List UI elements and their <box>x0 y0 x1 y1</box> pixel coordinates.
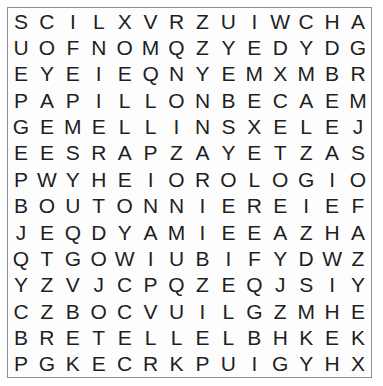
grid-cell-r5c4[interactable]: E <box>86 113 112 139</box>
grid-cell-r8c8[interactable]: I <box>190 193 216 219</box>
grid-cell-r4c10[interactable]: E <box>241 87 267 113</box>
grid-cell-r8c1[interactable]: B <box>8 193 34 219</box>
grid-cell-r3c6[interactable]: Q <box>138 61 164 87</box>
grid-cell-r2c9[interactable]: Y <box>215 34 241 60</box>
grid-cell-r4c11[interactable]: C <box>267 87 293 113</box>
grid-cell-r14c5[interactable]: C <box>112 351 138 377</box>
grid-cell-r10c3[interactable]: G <box>60 245 86 271</box>
grid-cell-r3c13[interactable]: B <box>319 61 345 87</box>
grid-cell-r12c1[interactable]: C <box>8 298 34 324</box>
grid-cell-r3c1[interactable]: E <box>8 61 34 87</box>
grid-cell-r6c4[interactable]: R <box>86 140 112 166</box>
grid-cell-r2c2[interactable]: O <box>34 34 60 60</box>
grid-cell-r1c2[interactable]: C <box>34 8 60 34</box>
grid-cell-r12c7[interactable]: U <box>164 298 190 324</box>
grid-cell-r6c13[interactable]: A <box>319 140 345 166</box>
grid-cell-r11c7[interactable]: Q <box>164 272 190 298</box>
grid-cell-r1c13[interactable]: H <box>319 8 345 34</box>
grid-cell-r4c9[interactable]: B <box>215 87 241 113</box>
grid-cell-r2c10[interactable]: E <box>241 34 267 60</box>
grid-cell-r6c6[interactable]: P <box>138 140 164 166</box>
grid-cell-r9c6[interactable]: A <box>138 219 164 245</box>
grid-cell-r5c13[interactable]: E <box>319 113 345 139</box>
grid-cell-r11c13[interactable]: I <box>319 272 345 298</box>
grid-cell-r11c12[interactable]: S <box>293 272 319 298</box>
grid-cell-r12c10[interactable]: G <box>241 298 267 324</box>
grid-cell-r6c5[interactable]: A <box>112 140 138 166</box>
grid-cell-r11c4[interactable]: J <box>86 272 112 298</box>
grid-cell-r8c13[interactable]: E <box>319 193 345 219</box>
grid-cell-r12c12[interactable]: M <box>293 298 319 324</box>
grid-cell-r7c8[interactable]: R <box>190 166 216 192</box>
word-search-board: SCILXVRZUIWCHAUOFNOMQZYEDYDGEYEIEQNYEMXM… <box>7 7 372 378</box>
grid-cell-r3c8[interactable]: Y <box>190 61 216 87</box>
grid-cell-r8c10[interactable]: R <box>241 193 267 219</box>
grid-cell-r9c5[interactable]: Y <box>112 219 138 245</box>
grid-cell-r13c7[interactable]: L <box>164 324 190 350</box>
grid-cell-r13c13[interactable]: E <box>319 324 345 350</box>
grid-cell-r10c12[interactable]: D <box>293 245 319 271</box>
grid-cell-r3c11[interactable]: X <box>267 61 293 87</box>
word-search-page: SCILXVRZUIWCHAUOFNOMQZYEDYDGEYEIEQNYEMXM… <box>0 0 383 386</box>
grid-cell-r12c13[interactable]: H <box>319 298 345 324</box>
grid-cell-r2c12[interactable]: Y <box>293 34 319 60</box>
grid-cell-r2c4[interactable]: N <box>86 34 112 60</box>
grid-cell-r13c8[interactable]: E <box>190 324 216 350</box>
grid-cell-r10c6[interactable]: I <box>138 245 164 271</box>
grid-cell-r1c7[interactable]: R <box>164 8 190 34</box>
grid-cell-r14c10[interactable]: I <box>241 351 267 377</box>
grid-cell-r3c10[interactable]: M <box>241 61 267 87</box>
grid-cell-r7c3[interactable]: Y <box>60 166 86 192</box>
grid-cell-r13c9[interactable]: L <box>215 324 241 350</box>
grid-cell-r3c2[interactable]: Y <box>34 61 60 87</box>
grid-cell-r11c11[interactable]: J <box>267 272 293 298</box>
grid-cell-r9c9[interactable]: E <box>215 219 241 245</box>
grid-cell-r7c9[interactable]: O <box>215 166 241 192</box>
grid-cell-r14c6[interactable]: R <box>138 351 164 377</box>
grid-cell-r4c7[interactable]: O <box>164 87 190 113</box>
grid-cell-r5c6[interactable]: L <box>138 113 164 139</box>
grid-cell-r12c5[interactable]: C <box>112 298 138 324</box>
grid-cell-r3c9[interactable]: E <box>215 61 241 87</box>
grid-cell-r7c5[interactable]: E <box>112 166 138 192</box>
grid-cell-r10c4[interactable]: O <box>86 245 112 271</box>
grid-cell-r12c8[interactable]: I <box>190 298 216 324</box>
grid-cell-r10c11[interactable]: Y <box>267 245 293 271</box>
grid-cell-r14c13[interactable]: H <box>319 351 345 377</box>
grid-cell-r9c3[interactable]: Q <box>60 219 86 245</box>
grid-cell-r5c14[interactable]: J <box>345 113 371 139</box>
grid-cell-r13c10[interactable]: B <box>241 324 267 350</box>
grid-cell-r1c4[interactable]: L <box>86 8 112 34</box>
grid-cell-r14c7[interactable]: K <box>164 351 190 377</box>
grid-cell-r14c1[interactable]: P <box>8 351 34 377</box>
grid-cell-r11c1[interactable]: Y <box>8 272 34 298</box>
grid-cell-r4c5[interactable]: L <box>112 87 138 113</box>
grid-cell-r11c2[interactable]: Z <box>34 272 60 298</box>
grid-cell-r6c7[interactable]: Z <box>164 140 190 166</box>
grid-cell-r6c9[interactable]: Y <box>215 140 241 166</box>
grid-cell-r7c11[interactable]: O <box>267 166 293 192</box>
grid-cell-r1c1[interactable]: S <box>8 8 34 34</box>
grid-cell-r4c14[interactable]: M <box>345 87 371 113</box>
grid-cell-r13c11[interactable]: H <box>267 324 293 350</box>
grid-cell-r7c10[interactable]: L <box>241 166 267 192</box>
grid-cell-r8c4[interactable]: T <box>86 193 112 219</box>
grid-cell-r4c13[interactable]: E <box>319 87 345 113</box>
grid-cell-r13c1[interactable]: B <box>8 324 34 350</box>
grid-cell-r2c8[interactable]: Z <box>190 34 216 60</box>
grid-cell-r4c1[interactable]: P <box>8 87 34 113</box>
grid-cell-r1c8[interactable]: Z <box>190 8 216 34</box>
grid-cell-r5c8[interactable]: N <box>190 113 216 139</box>
grid-cell-r9c12[interactable]: Z <box>293 219 319 245</box>
grid-cell-r6c12[interactable]: Z <box>293 140 319 166</box>
grid-cell-r3c4[interactable]: I <box>86 61 112 87</box>
grid-cell-r1c12[interactable]: C <box>293 8 319 34</box>
grid-cell-r12c2[interactable]: Z <box>34 298 60 324</box>
grid-cell-r7c6[interactable]: I <box>138 166 164 192</box>
grid-cell-r14c4[interactable]: E <box>86 351 112 377</box>
grid-cell-r3c5[interactable]: E <box>112 61 138 87</box>
grid-cell-r14c3[interactable]: K <box>60 351 86 377</box>
grid-cell-r2c11[interactable]: D <box>267 34 293 60</box>
grid-cell-r7c14[interactable]: O <box>345 166 371 192</box>
grid-cell-r13c5[interactable]: E <box>112 324 138 350</box>
grid-cell-r2c5[interactable]: O <box>112 34 138 60</box>
grid-cell-r11c5[interactable]: C <box>112 272 138 298</box>
grid-cell-r7c4[interactable]: H <box>86 166 112 192</box>
grid-cell-r4c3[interactable]: P <box>60 87 86 113</box>
grid-cell-r12c4[interactable]: O <box>86 298 112 324</box>
grid-cell-r11c6[interactable]: P <box>138 272 164 298</box>
grid-cell-r5c9[interactable]: S <box>215 113 241 139</box>
grid-cell-r2c13[interactable]: D <box>319 34 345 60</box>
grid-cell-r9c1[interactable]: J <box>8 219 34 245</box>
grid-cell-r11c8[interactable]: Z <box>190 272 216 298</box>
grid-cell-r12c11[interactable]: Z <box>267 298 293 324</box>
grid-cell-r8c9[interactable]: E <box>215 193 241 219</box>
grid-cell-r10c1[interactable]: Q <box>8 245 34 271</box>
grid-cell-r10c9[interactable]: I <box>215 245 241 271</box>
grid-cell-r1c14[interactable]: A <box>345 8 371 34</box>
grid-cell-r1c5[interactable]: X <box>112 8 138 34</box>
grid-cell-r9c8[interactable]: I <box>190 219 216 245</box>
grid-cell-r3c12[interactable]: M <box>293 61 319 87</box>
grid-cell-r12c9[interactable]: L <box>215 298 241 324</box>
grid-cell-r5c5[interactable]: L <box>112 113 138 139</box>
grid-cell-r10c14[interactable]: Z <box>345 245 371 271</box>
grid-cell-r12c6[interactable]: V <box>138 298 164 324</box>
grid-cell-r9c14[interactable]: A <box>345 219 371 245</box>
grid-cell-r11c10[interactable]: Q <box>241 272 267 298</box>
grid-cell-r8c12[interactable]: I <box>293 193 319 219</box>
grid-cell-r8c11[interactable]: E <box>267 193 293 219</box>
grid-cell-r5c7[interactable]: I <box>164 113 190 139</box>
grid-cell-r2c14[interactable]: G <box>345 34 371 60</box>
grid-cell-r5c1[interactable]: G <box>8 113 34 139</box>
grid-cell-r4c6[interactable]: L <box>138 87 164 113</box>
grid-cell-r5c3[interactable]: M <box>60 113 86 139</box>
grid-cell-r9c4[interactable]: D <box>86 219 112 245</box>
grid-cell-r13c4[interactable]: T <box>86 324 112 350</box>
grid-cell-r2c3[interactable]: F <box>60 34 86 60</box>
grid-cell-r7c1[interactable]: P <box>8 166 34 192</box>
grid-cell-r12c3[interactable]: B <box>60 298 86 324</box>
grid-cell-r2c1[interactable]: U <box>8 34 34 60</box>
grid-cell-r14c8[interactable]: P <box>190 351 216 377</box>
grid-cell-r13c3[interactable]: E <box>60 324 86 350</box>
grid-cell-r10c7[interactable]: U <box>164 245 190 271</box>
grid-cell-r14c11[interactable]: G <box>267 351 293 377</box>
grid-cell-r5c10[interactable]: X <box>241 113 267 139</box>
grid-cell-r14c9[interactable]: U <box>215 351 241 377</box>
grid-cell-r10c8[interactable]: B <box>190 245 216 271</box>
grid-cell-r6c3[interactable]: S <box>60 140 86 166</box>
grid-cell-r6c8[interactable]: A <box>190 140 216 166</box>
grid-cell-r14c12[interactable]: Y <box>293 351 319 377</box>
grid-cell-r2c6[interactable]: M <box>138 34 164 60</box>
grid-cell-r7c12[interactable]: G <box>293 166 319 192</box>
grid-cell-r9c13[interactable]: H <box>319 219 345 245</box>
grid-cell-r14c2[interactable]: G <box>34 351 60 377</box>
grid-cell-r2c7[interactable]: Q <box>164 34 190 60</box>
grid-cell-r10c10[interactable]: F <box>241 245 267 271</box>
grid-cell-r11c9[interactable]: E <box>215 272 241 298</box>
grid-cell-r6c2[interactable]: E <box>34 140 60 166</box>
grid-cell-r10c2[interactable]: T <box>34 245 60 271</box>
grid-cell-r9c2[interactable]: E <box>34 219 60 245</box>
grid-cell-r7c13[interactable]: I <box>319 166 345 192</box>
grid-cell-r11c14[interactable]: Y <box>345 272 371 298</box>
grid-cell-r8c3[interactable]: U <box>60 193 86 219</box>
grid-cell-r5c2[interactable]: E <box>34 113 60 139</box>
grid-cell-r13c14[interactable]: K <box>345 324 371 350</box>
grid-cell-r1c10[interactable]: I <box>241 8 267 34</box>
grid-cell-r8c14[interactable]: F <box>345 193 371 219</box>
grid-cell-r3c7[interactable]: N <box>164 61 190 87</box>
grid-cell-r8c2[interactable]: O <box>34 193 60 219</box>
grid-cell-r11c3[interactable]: V <box>60 272 86 298</box>
grid-cell-r1c3[interactable]: I <box>60 8 86 34</box>
grid-cell-r13c6[interactable]: L <box>138 324 164 350</box>
grid-cell-r10c13[interactable]: W <box>319 245 345 271</box>
grid-cell-r6c10[interactable]: E <box>241 140 267 166</box>
grid-cell-r4c4[interactable]: I <box>86 87 112 113</box>
grid-cell-r3c3[interactable]: E <box>60 61 86 87</box>
grid-cell-r4c8[interactable]: N <box>190 87 216 113</box>
grid-cell-r6c14[interactable]: S <box>345 140 371 166</box>
grid-cell-r14c14[interactable]: X <box>345 351 371 377</box>
grid-cell-r5c12[interactable]: L <box>293 113 319 139</box>
grid-cell-r4c2[interactable]: A <box>34 87 60 113</box>
grid-cell-r1c9[interactable]: U <box>215 8 241 34</box>
grid-cell-r8c5[interactable]: O <box>112 193 138 219</box>
grid-cell-r7c2[interactable]: W <box>34 166 60 192</box>
grid-cell-r6c1[interactable]: E <box>8 140 34 166</box>
grid-cell-r4c12[interactable]: A <box>293 87 319 113</box>
grid-cell-r1c6[interactable]: V <box>138 8 164 34</box>
grid-cell-r13c2[interactable]: R <box>34 324 60 350</box>
grid-cell-r9c11[interactable]: A <box>267 219 293 245</box>
grid-cell-r3c14[interactable]: R <box>345 61 371 87</box>
grid-cell-r8c6[interactable]: N <box>138 193 164 219</box>
grid-cell-r9c10[interactable]: E <box>241 219 267 245</box>
grid-cell-r7c7[interactable]: O <box>164 166 190 192</box>
grid-cell-r12c14[interactable]: E <box>345 298 371 324</box>
grid-cell-r10c5[interactable]: W <box>112 245 138 271</box>
grid-cell-r13c12[interactable]: K <box>293 324 319 350</box>
grid-cell-r5c11[interactable]: E <box>267 113 293 139</box>
grid-cell-r8c7[interactable]: N <box>164 193 190 219</box>
grid-cell-r1c11[interactable]: W <box>267 8 293 34</box>
grid-cell-r9c7[interactable]: M <box>164 219 190 245</box>
grid-cell-r6c11[interactable]: T <box>267 140 293 166</box>
